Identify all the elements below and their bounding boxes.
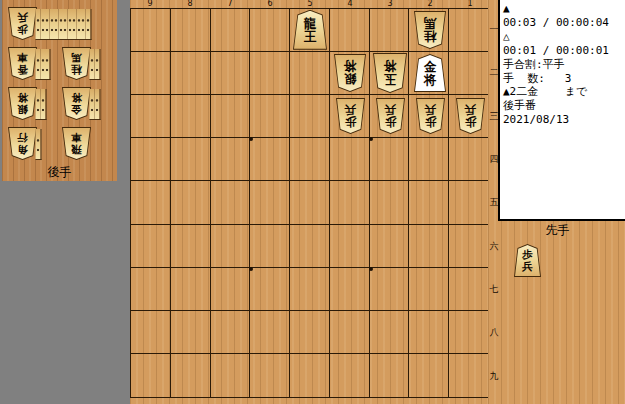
board-cell: [250, 311, 290, 354]
board-cell: [370, 354, 410, 397]
file-label-7: 7: [210, 0, 250, 8]
board-piece-4三-歩兵: 歩兵: [336, 98, 365, 134]
stacked-piece-edge: [36, 129, 42, 160]
shogi-piece-飛車: 飛車: [62, 127, 91, 160]
board-cell: [250, 95, 290, 138]
shogi-app-window: 歩兵香車桂馬銀将金将角行飛車 後手 987654321 龍王桂馬銀将玉将金将歩兵…: [0, 0, 625, 404]
piece-kanji: 将: [71, 92, 82, 103]
gote-tray-label: 後手: [2, 165, 117, 179]
stacked-piece-edge: [45, 49, 51, 80]
gote-hand-group-桂馬-x3: 桂馬: [62, 47, 100, 80]
board-cell: [330, 225, 370, 268]
board-cell: [171, 138, 211, 181]
piece-kanji: 銀: [17, 104, 28, 115]
board-cell: [290, 138, 330, 181]
board-cell: [131, 354, 171, 397]
board-cell: [131, 225, 171, 268]
board-cell: [370, 9, 410, 52]
board-cell: [449, 268, 489, 311]
piece-kanji: 歩: [464, 116, 476, 128]
sente-clock: 00:03 / 00:00:04: [503, 16, 609, 29]
board-cell: [290, 354, 330, 397]
stacked-piece-edge: [95, 89, 101, 120]
piece-kanji: 将: [384, 60, 397, 73]
piece-kanji: 兵: [464, 104, 476, 116]
gote-mark: △: [503, 30, 510, 43]
board-piece-2三-歩兵: 歩兵: [416, 98, 445, 134]
shogi-piece-角行: 角行: [8, 127, 37, 160]
board-cell: [211, 138, 251, 181]
piece-kanji: 桂: [424, 30, 437, 43]
rank-label-6: 六: [488, 225, 500, 268]
board-cell: [290, 181, 330, 224]
shogi-piece-歩兵: 歩兵: [8, 7, 37, 40]
board-cell: [330, 9, 370, 52]
piece-kanji: 銀: [344, 73, 357, 86]
hoshi-dot: [249, 267, 253, 271]
board-cell: [211, 9, 251, 52]
hoshi-dot: [369, 267, 373, 271]
shogi-piece-桂馬: 桂馬: [62, 47, 91, 80]
board-cell: [171, 268, 211, 311]
board-cell: [211, 225, 251, 268]
board-piece-3二-玉将: 玉将: [373, 53, 407, 93]
board-piece-1三-歩兵: 歩兵: [456, 98, 485, 134]
file-label-6: 6: [250, 0, 290, 8]
last-move-text: ▲2二金 まで: [503, 85, 587, 98]
gote-hand-group-銀将-x3: 銀将: [8, 87, 46, 120]
board-cell: [409, 268, 449, 311]
gote-hand-group-角行-x2: 角行: [8, 127, 42, 160]
piece-kanji: 歩: [522, 249, 533, 260]
file-label-3: 3: [370, 0, 410, 8]
board-cell: [370, 268, 410, 311]
rank-label-8: 八: [488, 311, 500, 354]
board-cell: [449, 138, 489, 181]
piece-kanji: 兵: [522, 261, 533, 272]
gote-hand-group-飛車-x1: 飛車: [62, 127, 91, 160]
board-cell: [409, 225, 449, 268]
board-cell: [290, 225, 330, 268]
board-cell: [290, 52, 330, 95]
board-cell: [131, 52, 171, 95]
date-text: 2021/08/13: [503, 113, 569, 126]
board-cell: [449, 9, 489, 52]
stacked-piece-edge: [86, 9, 92, 40]
file-label-1: 1: [450, 0, 490, 8]
board-cell: [131, 311, 171, 354]
board-cell: [131, 95, 171, 138]
board-cell: [409, 138, 449, 181]
board-cell: [171, 225, 211, 268]
move-count-text: 手 数: 3: [503, 72, 571, 85]
board-cell: [131, 138, 171, 181]
board-cell: [449, 354, 489, 397]
board-cell: [171, 181, 211, 224]
piece-kanji: 王: [304, 30, 317, 43]
piece-kanji: 兵: [424, 104, 436, 116]
board-cell: [330, 354, 370, 397]
board-cell: [409, 311, 449, 354]
piece-kanji: 行: [17, 132, 28, 143]
board-piece-4二-銀将: 銀将: [334, 54, 366, 92]
rank-label-9: 九: [488, 355, 500, 398]
file-label-4: 4: [330, 0, 370, 8]
board-piece-2一-桂馬: 桂馬: [414, 11, 446, 49]
hoshi-dot: [369, 137, 373, 141]
board-cell: [250, 181, 290, 224]
shogi-piece-香車: 香車: [8, 47, 37, 80]
gote-clock: 00:01 / 00:00:01: [503, 44, 609, 57]
board-cell: [171, 52, 211, 95]
piece-kanji: 金: [71, 104, 82, 115]
file-label-8: 8: [170, 0, 210, 8]
board-cell: [250, 268, 290, 311]
board-cell: [250, 9, 290, 52]
board-cell: [409, 181, 449, 224]
piece-kanji: 歩: [344, 116, 356, 128]
stacked-piece-edge: [41, 89, 47, 120]
board-cell: [290, 268, 330, 311]
board-cell: [171, 95, 211, 138]
piece-kanji: 玉: [384, 73, 397, 86]
board-cell: [171, 311, 211, 354]
stacked-piece-edge: [95, 49, 101, 80]
board-cell: [370, 311, 410, 354]
board-cell: [449, 181, 489, 224]
turn-indicator: 後手番: [503, 99, 536, 112]
piece-kanji: 将: [17, 92, 28, 103]
piece-kanji: 車: [17, 52, 28, 63]
board-cell: [370, 225, 410, 268]
gote-hand-group-金将-x3: 金将: [62, 87, 100, 120]
sente-mark: ▲: [503, 2, 510, 15]
piece-kanji: 角: [17, 144, 28, 155]
board-cell: [250, 354, 290, 397]
piece-kanji: 桂: [71, 64, 82, 75]
board-cell: [131, 181, 171, 224]
board-cell: [449, 52, 489, 95]
piece-kanji: 兵: [344, 104, 356, 116]
shogi-piece-銀将: 銀将: [8, 87, 37, 120]
board-cell: [131, 268, 171, 311]
hoshi-dot: [249, 137, 253, 141]
board-cell: [330, 181, 370, 224]
piece-kanji: 歩: [384, 116, 396, 128]
board-cell: [211, 52, 251, 95]
board-cell: [330, 138, 370, 181]
board-cell: [409, 354, 449, 397]
board-cell: [171, 354, 211, 397]
piece-kanji: 兵: [384, 104, 396, 116]
board-cell: [211, 311, 251, 354]
board-cell: [131, 9, 171, 52]
shogi-piece-金将: 金将: [62, 87, 91, 120]
board-cell: [330, 311, 370, 354]
file-label-9: 9: [130, 0, 170, 8]
file-label-5: 5: [290, 0, 330, 8]
board-cell: [250, 52, 290, 95]
board-cell: [370, 181, 410, 224]
sente-tray-label: 先手: [500, 223, 615, 238]
gote-hand-tray: 歩兵香車桂馬銀将金将角行飛車 後手: [2, 0, 117, 181]
piece-kanji: 飛: [71, 144, 82, 155]
board-cell: [211, 95, 251, 138]
board-piece-2二-金将: 金将: [414, 54, 446, 92]
board-cell: [211, 268, 251, 311]
piece-kanji: 将: [344, 60, 357, 73]
board-cell: [171, 9, 211, 52]
gote-hand-group-歩兵-x13: 歩兵: [8, 7, 91, 40]
shogi-board: 987654321 龍王桂馬銀将玉将金将歩兵歩兵歩兵歩兵: [130, 0, 490, 404]
gote-hand-group-香車-x4: 香車: [8, 47, 51, 80]
board-cell: [290, 95, 330, 138]
board-cell: [449, 311, 489, 354]
board-cell: [290, 311, 330, 354]
board-piece-3三-歩兵: 歩兵: [376, 98, 405, 134]
board-cell: [330, 268, 370, 311]
file-coordinate-labels: 987654321: [130, 0, 490, 8]
piece-kanji: 将: [424, 73, 437, 86]
board-cell: [211, 181, 251, 224]
board-cell: [370, 138, 410, 181]
piece-kanji: 車: [71, 132, 82, 143]
piece-kanji: 馬: [71, 52, 82, 63]
game-info-panel: ▲ 00:03 / 00:00:04 △ 00:01 / 00:00:01 手合…: [498, 0, 625, 221]
board-cell: [211, 354, 251, 397]
piece-kanji: 馬: [424, 17, 437, 30]
piece-kanji: 香: [17, 64, 28, 75]
board-piece-5一-龍王: 龍王: [293, 10, 327, 50]
piece-kanji: 兵: [17, 12, 28, 23]
piece-kanji: 歩: [17, 24, 28, 35]
piece-kanji: 歩: [424, 116, 436, 128]
file-label-2: 2: [410, 0, 450, 8]
board-cell: [449, 225, 489, 268]
board-cell: [250, 225, 290, 268]
sente-hand-piece-歩兵: 歩兵: [514, 244, 541, 277]
piece-kanji: 龍: [304, 17, 317, 30]
handicap-text: 手合割:平手: [503, 58, 565, 71]
board-cell: [250, 138, 290, 181]
rank-label-7: 七: [488, 268, 500, 311]
